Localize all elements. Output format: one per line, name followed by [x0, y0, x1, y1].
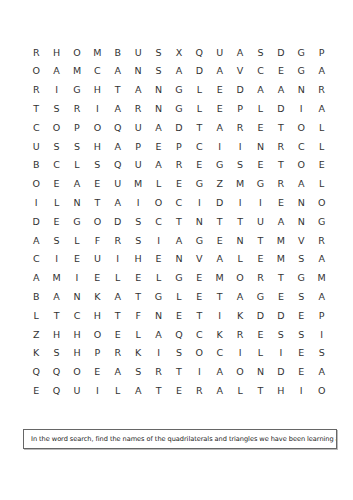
grid-cell[interactable]: R	[230, 118, 250, 137]
grid-cell[interactable]: O	[291, 118, 311, 137]
grid-cell[interactable]: R	[271, 137, 291, 156]
grid-cell[interactable]: A	[210, 250, 230, 269]
grid-cell[interactable]: R	[128, 99, 148, 118]
grid-cell[interactable]: A	[311, 99, 331, 118]
grid-cell[interactable]: A	[108, 363, 128, 382]
grid-cell[interactable]: U	[108, 175, 128, 194]
grid-cell[interactable]: H	[46, 325, 66, 344]
grid-cell[interactable]: M	[311, 269, 331, 288]
grid-cell[interactable]: U	[87, 250, 107, 269]
grid-cell[interactable]: S	[128, 212, 148, 231]
instructions-box: In the word search, find the names of th…	[23, 429, 337, 449]
grid-cell[interactable]: M	[271, 250, 291, 269]
grid-cell[interactable]: S	[148, 43, 168, 62]
grid-cell[interactable]: L	[26, 306, 46, 325]
grid-cell[interactable]: Q	[46, 381, 66, 400]
grid-cell[interactable]: Z	[210, 175, 230, 194]
grid-cell[interactable]: S	[87, 156, 107, 175]
grid-cell[interactable]: G	[169, 269, 189, 288]
grid-cell[interactable]: L	[189, 81, 209, 100]
grid-cell[interactable]: O	[189, 344, 209, 363]
grid-cell[interactable]: O	[230, 363, 250, 382]
grid-cell[interactable]: D	[271, 43, 291, 62]
grid-cell[interactable]: T	[169, 212, 189, 231]
grid-cell[interactable]: H	[46, 43, 66, 62]
grid-cell[interactable]: E	[108, 325, 128, 344]
grid-cell[interactable]: G	[210, 156, 230, 175]
grid-cell[interactable]: S	[46, 231, 66, 250]
grid-cell[interactable]: I	[291, 381, 311, 400]
grid-cell[interactable]: P	[311, 306, 331, 325]
grid-cell[interactable]: G	[250, 287, 270, 306]
grid-cell[interactable]: L	[250, 99, 270, 118]
grid-cell[interactable]: U	[128, 43, 148, 62]
grid-cell[interactable]: T	[148, 381, 168, 400]
grid-cell[interactable]: D	[271, 306, 291, 325]
grid-cell[interactable]: T	[108, 81, 128, 100]
grid-cell[interactable]: A	[46, 287, 66, 306]
grid-cell[interactable]: R	[169, 156, 189, 175]
grid-cell[interactable]: N	[67, 287, 87, 306]
grid-cell[interactable]: C	[189, 137, 209, 156]
grid-cell[interactable]: D	[189, 62, 209, 81]
grid-cell[interactable]: L	[67, 156, 87, 175]
grid-cell[interactable]: E	[210, 99, 230, 118]
grid-cell[interactable]: E	[148, 250, 168, 269]
grid-cell[interactable]: H	[87, 306, 107, 325]
grid-cell[interactable]: N	[169, 250, 189, 269]
grid-cell[interactable]: S	[46, 99, 66, 118]
grid-cell[interactable]: E	[311, 156, 331, 175]
grid-cell[interactable]: A	[26, 231, 46, 250]
grid-cell[interactable]: S	[128, 363, 148, 382]
grid-cell[interactable]: S	[67, 137, 87, 156]
grid-cell[interactable]: C	[67, 306, 87, 325]
grid-cell[interactable]: L	[108, 381, 128, 400]
grid-cell[interactable]: O	[67, 43, 87, 62]
grid-cell[interactable]: C	[87, 62, 107, 81]
grid-cell[interactable]: S	[271, 325, 291, 344]
grid-cell[interactable]: E	[46, 175, 66, 194]
grid-cell[interactable]: Q	[169, 325, 189, 344]
wordsearch-grid: RHOMBUSXQUASDGPOAMCANSADAVCEGARIGHTANGLE…	[26, 43, 332, 400]
grid-cell[interactable]: D	[169, 118, 189, 137]
grid-cell[interactable]: C	[291, 137, 311, 156]
grid-cell[interactable]: C	[169, 193, 189, 212]
grid-cell[interactable]: S	[46, 344, 66, 363]
grid-cell[interactable]: G	[67, 81, 87, 100]
grid-cell[interactable]: L	[46, 193, 66, 212]
grid-cell[interactable]: U	[67, 381, 87, 400]
grid-cell[interactable]: A	[230, 287, 250, 306]
grid-cell[interactable]: I	[148, 231, 168, 250]
grid-cell[interactable]: L	[128, 325, 148, 344]
grid-cell[interactable]: I	[189, 193, 209, 212]
grid-cell[interactable]: O	[46, 118, 66, 137]
grid-cell[interactable]: O	[87, 212, 107, 231]
grid-cell[interactable]: G	[311, 212, 331, 231]
grid-cell[interactable]: T	[210, 287, 230, 306]
grid-cell[interactable]: T	[271, 118, 291, 137]
grid-cell[interactable]: A	[250, 81, 270, 100]
grid-cell[interactable]: N	[148, 81, 168, 100]
grid-cell[interactable]: T	[271, 269, 291, 288]
grid-cell[interactable]: M	[230, 175, 250, 194]
grid-cell[interactable]: L	[189, 99, 209, 118]
grid-cell[interactable]: C	[26, 118, 46, 137]
grid-cell[interactable]: E	[87, 175, 107, 194]
grid-cell[interactable]: A	[169, 62, 189, 81]
grid-cell[interactable]: R	[250, 269, 270, 288]
grid-cell[interactable]: K	[230, 306, 250, 325]
grid-cell[interactable]: L	[311, 118, 331, 137]
grid-cell[interactable]: L	[311, 175, 331, 194]
grid-cell[interactable]: I	[271, 344, 291, 363]
grid-cell[interactable]: A	[230, 43, 250, 62]
grid-cell[interactable]: I	[291, 99, 311, 118]
grid-cell[interactable]: G	[169, 99, 189, 118]
grid-cell[interactable]: F	[128, 306, 148, 325]
grid-cell[interactable]: P	[230, 99, 250, 118]
grid-cell[interactable]: U	[250, 212, 270, 231]
grid-cell[interactable]: F	[87, 231, 107, 250]
grid-cell[interactable]: I	[250, 193, 270, 212]
grid-cell[interactable]: I	[210, 137, 230, 156]
grid-cell[interactable]: N	[189, 212, 209, 231]
grid-cell[interactable]: R	[311, 231, 331, 250]
grid-cell[interactable]: X	[169, 43, 189, 62]
grid-cell[interactable]: A	[148, 118, 168, 137]
grid-cell[interactable]: A	[210, 62, 230, 81]
grid-cell[interactable]: R	[67, 99, 87, 118]
grid-cell[interactable]: D	[108, 212, 128, 231]
grid-cell[interactable]: T	[250, 231, 270, 250]
grid-cell[interactable]: E	[169, 175, 189, 194]
grid-cell[interactable]: E	[189, 269, 209, 288]
grid-cell[interactable]: A	[210, 118, 230, 137]
grid-cell[interactable]: I	[87, 99, 107, 118]
grid-cell[interactable]: H	[67, 325, 87, 344]
grid-cell[interactable]: T	[26, 99, 46, 118]
grid-cell[interactable]: K	[26, 344, 46, 363]
grid-cell[interactable]: K	[87, 287, 107, 306]
grid-cell[interactable]: N	[250, 363, 270, 382]
grid-cell[interactable]: E	[271, 193, 291, 212]
grid-cell[interactable]: A	[311, 62, 331, 81]
grid-cell[interactable]: N	[291, 81, 311, 100]
grid-cell[interactable]: E	[291, 344, 311, 363]
grid-cell[interactable]: O	[148, 193, 168, 212]
grid-cell[interactable]: O	[230, 269, 250, 288]
grid-cell[interactable]: E	[271, 62, 291, 81]
grid-cell[interactable]: N	[230, 231, 250, 250]
grid-cell[interactable]: D	[26, 212, 46, 231]
grid-cell[interactable]: A	[311, 363, 331, 382]
grid-cell[interactable]: P	[169, 137, 189, 156]
grid-cell[interactable]: U	[210, 43, 230, 62]
grid-cell[interactable]: I	[230, 137, 250, 156]
grid-cell[interactable]: A	[26, 269, 46, 288]
grid-cell[interactable]: O	[26, 62, 46, 81]
grid-cell[interactable]: E	[67, 250, 87, 269]
grid-cell[interactable]: I	[108, 250, 128, 269]
grid-cell[interactable]: E	[87, 269, 107, 288]
grid-cell[interactable]: T	[108, 306, 128, 325]
worksheet-page: RHOMBUSXQUASDGPOAMCANSADAVCEGARIGHTANGLE…	[0, 0, 353, 500]
grid-cell[interactable]: P	[128, 137, 148, 156]
grid-cell[interactable]: K	[128, 344, 148, 363]
grid-cell[interactable]: E	[148, 137, 168, 156]
grid-cell[interactable]: T	[128, 287, 148, 306]
grid-cell[interactable]: O	[87, 118, 107, 137]
grid-cell[interactable]: G	[189, 175, 209, 194]
grid-cell[interactable]: I	[311, 325, 331, 344]
grid-cell[interactable]: L	[230, 381, 250, 400]
grid-cell[interactable]: H	[128, 250, 148, 269]
grid-cell[interactable]: M	[271, 231, 291, 250]
grid-cell[interactable]: M	[87, 43, 107, 62]
grid-cell[interactable]: T	[271, 156, 291, 175]
grid-cell[interactable]: A	[169, 231, 189, 250]
grid-cell[interactable]: I	[230, 193, 250, 212]
grid-cell[interactable]: O	[87, 325, 107, 344]
grid-cell[interactable]: C	[26, 250, 46, 269]
grid-cell[interactable]: D	[271, 99, 291, 118]
grid-cell[interactable]: E	[189, 156, 209, 175]
grid-cell[interactable]: L	[311, 137, 331, 156]
grid-cell[interactable]: E	[250, 250, 270, 269]
grid-cell[interactable]: A	[311, 287, 331, 306]
grid-cell[interactable]: Q	[108, 118, 128, 137]
grid-cell[interactable]: H	[87, 81, 107, 100]
grid-cell[interactable]: T	[250, 381, 270, 400]
grid-cell[interactable]: N	[148, 99, 168, 118]
grid-cell[interactable]: E	[250, 156, 270, 175]
grid-cell[interactable]: A	[291, 175, 311, 194]
grid-cell[interactable]: R	[271, 175, 291, 194]
grid-cell[interactable]: I	[46, 81, 66, 100]
grid-cell[interactable]: R	[230, 325, 250, 344]
grid-cell[interactable]: P	[67, 118, 87, 137]
grid-cell[interactable]: R	[189, 381, 209, 400]
grid-cell[interactable]: C	[189, 325, 209, 344]
grid-cell[interactable]: I	[148, 344, 168, 363]
grid-cell[interactable]: A	[148, 325, 168, 344]
grid-cell[interactable]: E	[128, 269, 148, 288]
grid-cell[interactable]: Q	[46, 363, 66, 382]
grid-cell[interactable]: E	[271, 287, 291, 306]
grid-cell[interactable]: N	[148, 306, 168, 325]
grid-cell[interactable]: A	[210, 381, 230, 400]
grid-cell[interactable]: R	[311, 81, 331, 100]
grid-cell[interactable]: T	[189, 118, 209, 137]
grid-cell[interactable]: Q	[108, 156, 128, 175]
grid-cell[interactable]: N	[128, 62, 148, 81]
grid-cell[interactable]: E	[169, 381, 189, 400]
grid-cell[interactable]: M	[46, 269, 66, 288]
grid-cell[interactable]: A	[311, 250, 331, 269]
grid-cell[interactable]: A	[210, 363, 230, 382]
grid-cell[interactable]: U	[128, 156, 148, 175]
grid-cell[interactable]: T	[210, 212, 230, 231]
grid-cell[interactable]: H	[67, 344, 87, 363]
grid-cell[interactable]: U	[26, 137, 46, 156]
grid-cell[interactable]: D	[210, 193, 230, 212]
grid-cell[interactable]: C	[148, 212, 168, 231]
grid-cell[interactable]: O	[291, 156, 311, 175]
grid-cell[interactable]: P	[87, 344, 107, 363]
grid-cell[interactable]: E	[169, 306, 189, 325]
grid-cell[interactable]: Q	[26, 363, 46, 382]
grid-cell[interactable]: A	[128, 381, 148, 400]
grid-cell[interactable]: S	[230, 156, 250, 175]
grid-cell[interactable]: V	[291, 231, 311, 250]
grid-cell[interactable]: S	[46, 137, 66, 156]
grid-cell[interactable]: R	[108, 231, 128, 250]
grid-cell[interactable]: A	[148, 156, 168, 175]
grid-cell[interactable]: M	[128, 175, 148, 194]
grid-cell[interactable]: S	[128, 231, 148, 250]
grid-cell[interactable]: O	[311, 193, 331, 212]
grid-cell[interactable]: H	[271, 381, 291, 400]
grid-cell[interactable]: Z	[26, 325, 46, 344]
grid-cell[interactable]: A	[108, 287, 128, 306]
grid-cell[interactable]: L	[169, 287, 189, 306]
grid-cell[interactable]: E	[189, 287, 209, 306]
grid-cell[interactable]: A	[128, 81, 148, 100]
grid-cell[interactable]: R	[26, 43, 46, 62]
grid-cell[interactable]: N	[250, 137, 270, 156]
grid-cell[interactable]: L	[148, 175, 168, 194]
grid-cell[interactable]: C	[46, 156, 66, 175]
grid-cell[interactable]: R	[108, 344, 128, 363]
grid-cell[interactable]: A	[108, 193, 128, 212]
grid-cell[interactable]: K	[210, 325, 230, 344]
grid-cell[interactable]: S	[291, 325, 311, 344]
grid-cell[interactable]: L	[67, 231, 87, 250]
grid-cell[interactable]: H	[87, 137, 107, 156]
grid-cell[interactable]: A	[108, 137, 128, 156]
grid-cell[interactable]: B	[108, 43, 128, 62]
grid-cell[interactable]: G	[169, 81, 189, 100]
grid-cell[interactable]: C	[250, 62, 270, 81]
grid-cell[interactable]: N	[291, 212, 311, 231]
grid-cell[interactable]: P	[311, 43, 331, 62]
grid-cell[interactable]: G	[291, 62, 311, 81]
grid-cell[interactable]: A	[46, 62, 66, 81]
grid-cell[interactable]: E	[87, 363, 107, 382]
grid-cell[interactable]: Q	[189, 43, 209, 62]
grid-cell[interactable]: N	[291, 193, 311, 212]
grid-cell[interactable]: G	[148, 287, 168, 306]
grid-cell[interactable]: M	[67, 62, 87, 81]
grid-cell[interactable]: E	[210, 81, 230, 100]
grid-cell[interactable]: D	[271, 363, 291, 382]
grid-cell[interactable]: S	[169, 344, 189, 363]
grid-cell[interactable]: E	[250, 118, 270, 137]
grid-cell[interactable]: O	[311, 381, 331, 400]
grid-cell[interactable]: T	[169, 363, 189, 382]
grid-cell[interactable]: I	[26, 193, 46, 212]
grid-cell[interactable]: O	[67, 363, 87, 382]
grid-cell[interactable]: A	[108, 99, 128, 118]
grid-cell[interactable]: R	[148, 363, 168, 382]
grid-cell[interactable]: S	[250, 43, 270, 62]
grid-cell[interactable]: I	[189, 363, 209, 382]
grid-cell[interactable]: L	[148, 269, 168, 288]
grid-cell[interactable]: R	[26, 81, 46, 100]
grid-cell[interactable]: T	[46, 306, 66, 325]
grid-cell[interactable]: A	[108, 62, 128, 81]
grid-cell[interactable]: E	[46, 212, 66, 231]
grid-cell[interactable]: I	[128, 193, 148, 212]
grid-cell[interactable]: E	[250, 325, 270, 344]
grid-cell[interactable]: G	[67, 212, 87, 231]
grid-cell[interactable]: S	[148, 62, 168, 81]
grid-cell[interactable]: D	[250, 306, 270, 325]
grid-cell[interactable]: B	[26, 156, 46, 175]
grid-cell[interactable]: S	[311, 344, 331, 363]
grid-cell[interactable]: O	[26, 175, 46, 194]
grid-cell[interactable]: I	[67, 269, 87, 288]
grid-cell[interactable]: L	[108, 269, 128, 288]
grid-cell[interactable]: E	[26, 381, 46, 400]
grid-cell[interactable]: G	[291, 43, 311, 62]
grid-cell[interactable]: D	[230, 81, 250, 100]
grid-cell[interactable]: I	[230, 344, 250, 363]
grid-cell[interactable]: B	[26, 287, 46, 306]
grid-cell[interactable]: V	[230, 62, 250, 81]
instructions-text: In the word search, find the names of th…	[31, 435, 337, 443]
grid-cell[interactable]: L	[230, 250, 250, 269]
grid-cell[interactable]: G	[250, 175, 270, 194]
grid-cell[interactable]: U	[128, 118, 148, 137]
grid-cell[interactable]: A	[271, 81, 291, 100]
grid-cell[interactable]: E	[210, 231, 230, 250]
grid-cell[interactable]: T	[87, 193, 107, 212]
grid-cell[interactable]: N	[67, 193, 87, 212]
grid-cell[interactable]: L	[250, 344, 270, 363]
grid-cell[interactable]: I	[210, 306, 230, 325]
grid-cell[interactable]: A	[271, 212, 291, 231]
grid-cell[interactable]: I	[87, 381, 107, 400]
grid-cell[interactable]: M	[210, 269, 230, 288]
grid-cell[interactable]: I	[46, 250, 66, 269]
grid-cell[interactable]: G	[291, 269, 311, 288]
grid-cell[interactable]: E	[291, 306, 311, 325]
grid-cell[interactable]: T	[230, 212, 250, 231]
grid-cell[interactable]: G	[189, 231, 209, 250]
grid-cell[interactable]: S	[291, 287, 311, 306]
grid-cell[interactable]: A	[67, 175, 87, 194]
grid-cell[interactable]: E	[291, 363, 311, 382]
grid-cell[interactable]: S	[291, 250, 311, 269]
grid-cell[interactable]: T	[189, 306, 209, 325]
grid-cell[interactable]: C	[210, 344, 230, 363]
grid-cell[interactable]: V	[189, 250, 209, 269]
